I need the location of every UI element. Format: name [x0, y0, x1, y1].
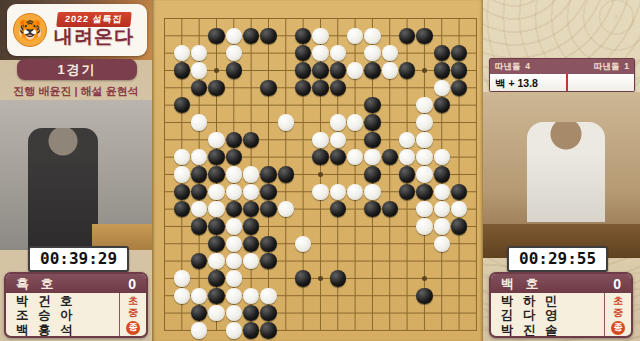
black-team-header: 흑 호 0 — [6, 274, 146, 293]
white-stone — [330, 132, 346, 148]
white-player-2: 김 다 영 — [501, 309, 604, 322]
white-stone — [226, 166, 242, 182]
white-stone — [191, 62, 207, 78]
white-stone — [330, 184, 346, 200]
black-stone — [364, 62, 380, 78]
white-stone — [416, 166, 432, 182]
white-stone — [208, 305, 224, 321]
black-stone — [174, 184, 190, 200]
black-player-1: 박 건 호 — [16, 295, 119, 308]
white-order-3-active: 종 — [611, 321, 625, 335]
white-stone — [226, 236, 242, 252]
captures-white: 따낸돌 1 — [594, 61, 629, 73]
white-stone — [416, 132, 432, 148]
black-stone — [226, 132, 242, 148]
black-stone — [191, 218, 207, 234]
white-stone — [347, 62, 363, 78]
black-stone — [278, 166, 294, 182]
black-order-3-active: 종 — [126, 321, 140, 335]
white-order-2: 중 — [613, 308, 623, 318]
black-team-score: 0 — [128, 276, 136, 292]
hoshi-point — [214, 68, 219, 73]
white-stone — [243, 166, 259, 182]
black-player-silhouette — [28, 128, 98, 250]
black-player-3: 백 홍 석 — [16, 324, 119, 337]
black-team-panel: 흑 호 0 박 건 호 조 승 아 백 홍 석 초 중 종 — [4, 272, 148, 338]
black-order-1: 초 — [128, 296, 138, 306]
hoshi-point — [422, 68, 427, 73]
black-stone — [295, 270, 311, 286]
white-stone — [174, 270, 190, 286]
white-stone — [226, 270, 242, 286]
white-stone — [312, 28, 328, 44]
black-stone — [208, 80, 224, 96]
black-stone — [260, 236, 276, 252]
white-stone — [416, 149, 432, 165]
black-stone — [416, 184, 432, 200]
logo-subtitle: 2022 설특집 — [56, 12, 131, 27]
black-stone — [243, 218, 259, 234]
winrate-bar: 백 + 13.8 — [490, 74, 634, 92]
match-number-badge: 1경기 — [17, 59, 137, 80]
black-stone — [434, 166, 450, 182]
tiger-icon: 🐯 — [13, 13, 47, 47]
broadcast-frame: 🐯 2022 설특집 내려온다 1경기 진행 배윤진 | 해설 윤현석 00:3… — [0, 0, 640, 341]
black-stone — [260, 322, 276, 338]
black-stone — [260, 28, 276, 44]
white-stone — [226, 322, 242, 338]
white-stone — [434, 236, 450, 252]
black-stone — [312, 62, 328, 78]
black-stone — [208, 218, 224, 234]
black-stone — [364, 97, 380, 113]
white-player-1: 박 하 민 — [501, 295, 604, 308]
show-logo: 🐯 2022 설특집 내려온다 — [7, 4, 147, 56]
black-stone — [260, 166, 276, 182]
white-stone — [226, 218, 242, 234]
black-stone — [208, 28, 224, 44]
black-stone — [364, 201, 380, 217]
white-team-name: 백 호 — [501, 275, 613, 293]
white-stone — [330, 114, 346, 130]
left-column: 🐯 2022 설특집 내려온다 1경기 진행 배윤진 | 해설 윤현석 00:3… — [0, 0, 152, 341]
black-stone — [451, 62, 467, 78]
white-clock: 00:29:55 — [507, 246, 608, 272]
black-stone — [295, 62, 311, 78]
black-stone — [434, 62, 450, 78]
white-stone — [278, 114, 294, 130]
white-stone — [174, 288, 190, 304]
white-stone — [260, 288, 276, 304]
white-stone — [364, 28, 380, 44]
black-stone — [208, 270, 224, 286]
black-team-name: 흑 호 — [16, 275, 128, 293]
black-stone — [208, 288, 224, 304]
captures-black: 따낸돌 4 — [495, 61, 530, 73]
white-stone — [208, 253, 224, 269]
black-stone — [260, 184, 276, 200]
white-team-panel: 백 호 0 박 하 민 김 다 영 박 진 솔 초 중 종 — [489, 272, 633, 338]
white-stone — [312, 132, 328, 148]
black-clock: 00:39:29 — [28, 246, 129, 272]
hoshi-point — [422, 276, 427, 281]
black-stone — [260, 305, 276, 321]
score-estimate: 백 + 13.8 — [495, 77, 538, 91]
logo-title: 내려온다 — [54, 27, 134, 48]
black-stone — [399, 166, 415, 182]
white-stone — [434, 184, 450, 200]
white-stone — [416, 218, 432, 234]
go-board — [152, 0, 483, 341]
black-stone — [260, 253, 276, 269]
white-stone — [416, 201, 432, 217]
white-stone — [434, 80, 450, 96]
black-stone — [208, 236, 224, 252]
black-stone — [191, 166, 207, 182]
white-stone — [347, 114, 363, 130]
white-team-score: 0 — [613, 276, 621, 292]
white-stone — [174, 166, 190, 182]
black-stone — [208, 149, 224, 165]
ai-eval-widget: 따낸돌 4 따낸돌 1 백 + 13.8 — [489, 58, 635, 92]
winrate-marker — [566, 74, 568, 92]
white-stone — [208, 201, 224, 217]
white-stone — [364, 149, 380, 165]
black-player-2: 조 승 아 — [16, 309, 119, 322]
white-stone — [416, 97, 432, 113]
staff-credits: 진행 배윤진 | 해설 윤현석 — [0, 84, 152, 99]
white-stone — [226, 288, 242, 304]
white-stone — [208, 184, 224, 200]
black-stone — [174, 62, 190, 78]
hoshi-point — [318, 172, 323, 177]
white-stone — [208, 132, 224, 148]
white-stone — [226, 28, 242, 44]
black-stone — [226, 62, 242, 78]
white-stone — [226, 184, 242, 200]
hoshi-point — [318, 276, 323, 281]
white-stone — [312, 184, 328, 200]
black-stone — [312, 149, 328, 165]
black-stone — [208, 166, 224, 182]
white-stone — [364, 184, 380, 200]
white-stone — [382, 62, 398, 78]
white-order-1: 초 — [613, 296, 623, 306]
black-stone — [330, 270, 346, 286]
black-stone — [364, 166, 380, 182]
black-stone — [330, 62, 346, 78]
white-stone — [191, 114, 207, 130]
black-stone — [364, 114, 380, 130]
white-player-silhouette — [527, 122, 605, 222]
white-stone — [191, 322, 207, 338]
black-player-photo — [0, 100, 152, 250]
black-stone — [312, 80, 328, 96]
white-stone — [364, 45, 380, 61]
black-order-2: 중 — [128, 308, 138, 318]
black-stone — [364, 132, 380, 148]
black-stone — [416, 28, 432, 44]
black-stone — [243, 322, 259, 338]
white-stone — [312, 45, 328, 61]
black-stone — [330, 80, 346, 96]
black-stone — [260, 201, 276, 217]
black-stone — [416, 288, 432, 304]
white-player-photo — [483, 92, 640, 258]
white-stone — [434, 218, 450, 234]
black-stone — [399, 62, 415, 78]
white-team-header: 백 호 0 — [491, 274, 631, 293]
black-stone — [260, 80, 276, 96]
black-stone — [451, 218, 467, 234]
white-player-3: 박 진 솔 — [501, 324, 604, 337]
white-stone — [416, 114, 432, 130]
